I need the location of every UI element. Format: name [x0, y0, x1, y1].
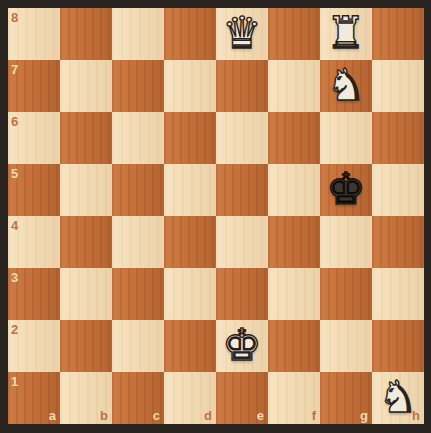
- square-g1[interactable]: g: [320, 372, 372, 424]
- square-b4[interactable]: [60, 216, 112, 268]
- square-a2[interactable]: 2: [8, 320, 60, 372]
- square-a8[interactable]: 8: [8, 8, 60, 60]
- square-d1[interactable]: d: [164, 372, 216, 424]
- square-g2[interactable]: [320, 320, 372, 372]
- square-d3[interactable]: [164, 268, 216, 320]
- square-f7[interactable]: [268, 60, 320, 112]
- square-f6[interactable]: [268, 112, 320, 164]
- rank-label-2: 2: [11, 323, 18, 336]
- square-e6[interactable]: [216, 112, 268, 164]
- square-f5[interactable]: [268, 164, 320, 216]
- white-rook[interactable]: ♜: [320, 8, 372, 60]
- square-g7[interactable]: ♞: [320, 60, 372, 112]
- rank-label-4: 4: [11, 219, 18, 232]
- square-d5[interactable]: [164, 164, 216, 216]
- square-h8[interactable]: [372, 8, 424, 60]
- square-d6[interactable]: [164, 112, 216, 164]
- square-a7[interactable]: 7: [8, 60, 60, 112]
- rank-label-8: 8: [11, 11, 18, 24]
- rank-label-6: 6: [11, 115, 18, 128]
- rank-label-1: 1: [11, 375, 18, 388]
- square-c8[interactable]: [112, 8, 164, 60]
- square-g8[interactable]: ♜: [320, 8, 372, 60]
- square-a3[interactable]: 3: [8, 268, 60, 320]
- square-e7[interactable]: [216, 60, 268, 112]
- square-c4[interactable]: [112, 216, 164, 268]
- square-g6[interactable]: [320, 112, 372, 164]
- square-h7[interactable]: [372, 60, 424, 112]
- square-c7[interactable]: [112, 60, 164, 112]
- square-f3[interactable]: [268, 268, 320, 320]
- white-knight[interactable]: ♞: [320, 60, 372, 112]
- file-label-b: b: [100, 409, 108, 422]
- square-a5[interactable]: 5: [8, 164, 60, 216]
- square-h1[interactable]: h♞: [372, 372, 424, 424]
- square-h6[interactable]: [372, 112, 424, 164]
- square-f2[interactable]: [268, 320, 320, 372]
- white-king[interactable]: ♚: [216, 320, 268, 372]
- file-label-f: f: [312, 409, 316, 422]
- square-c3[interactable]: [112, 268, 164, 320]
- white-knight[interactable]: ♞: [372, 372, 424, 424]
- square-c1[interactable]: c: [112, 372, 164, 424]
- square-c2[interactable]: [112, 320, 164, 372]
- square-e1[interactable]: e: [216, 372, 268, 424]
- square-g4[interactable]: [320, 216, 372, 268]
- square-a4[interactable]: 4: [8, 216, 60, 268]
- file-label-e: e: [257, 409, 264, 422]
- file-label-d: d: [204, 409, 212, 422]
- file-label-g: g: [360, 409, 368, 422]
- square-a1[interactable]: 1a: [8, 372, 60, 424]
- square-a6[interactable]: 6: [8, 112, 60, 164]
- black-king[interactable]: ♚: [320, 164, 372, 216]
- chess-board: 8♛♜7♞65♚432♚1abcdefgh♞: [8, 8, 424, 424]
- square-e2[interactable]: ♚: [216, 320, 268, 372]
- square-f8[interactable]: [268, 8, 320, 60]
- rank-label-7: 7: [11, 63, 18, 76]
- square-b5[interactable]: [60, 164, 112, 216]
- white-queen[interactable]: ♛: [216, 8, 268, 60]
- square-b6[interactable]: [60, 112, 112, 164]
- square-e3[interactable]: [216, 268, 268, 320]
- square-e5[interactable]: [216, 164, 268, 216]
- square-b8[interactable]: [60, 8, 112, 60]
- square-f1[interactable]: f: [268, 372, 320, 424]
- square-c6[interactable]: [112, 112, 164, 164]
- square-d7[interactable]: [164, 60, 216, 112]
- square-b2[interactable]: [60, 320, 112, 372]
- square-b1[interactable]: b: [60, 372, 112, 424]
- square-h5[interactable]: [372, 164, 424, 216]
- square-h4[interactable]: [372, 216, 424, 268]
- square-g3[interactable]: [320, 268, 372, 320]
- file-label-c: c: [153, 409, 160, 422]
- rank-label-5: 5: [11, 167, 18, 180]
- square-d4[interactable]: [164, 216, 216, 268]
- square-c5[interactable]: [112, 164, 164, 216]
- file-label-a: a: [49, 409, 56, 422]
- square-f4[interactable]: [268, 216, 320, 268]
- square-g5[interactable]: ♚: [320, 164, 372, 216]
- chess-board-frame: 8♛♜7♞65♚432♚1abcdefgh♞: [0, 0, 431, 433]
- square-e4[interactable]: [216, 216, 268, 268]
- square-h2[interactable]: [372, 320, 424, 372]
- square-d8[interactable]: [164, 8, 216, 60]
- square-d2[interactable]: [164, 320, 216, 372]
- square-b3[interactable]: [60, 268, 112, 320]
- square-b7[interactable]: [60, 60, 112, 112]
- square-h3[interactable]: [372, 268, 424, 320]
- rank-label-3: 3: [11, 271, 18, 284]
- square-e8[interactable]: ♛: [216, 8, 268, 60]
